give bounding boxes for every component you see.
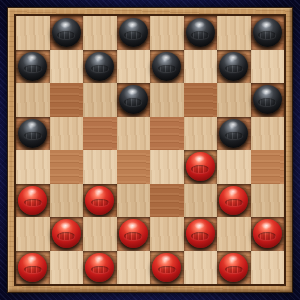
- checker-red-man[interactable]: [152, 253, 181, 282]
- checker-black-man[interactable]: [186, 18, 215, 47]
- checker-black-man[interactable]: [152, 52, 181, 81]
- square-r3c5: [184, 117, 218, 151]
- checker-black-man[interactable]: [219, 119, 248, 148]
- square-r3c1: [50, 117, 84, 151]
- square-r3c2[interactable]: [83, 117, 117, 151]
- square-r6c7[interactable]: [251, 217, 285, 251]
- square-r1c1: [50, 50, 84, 84]
- checker-red-man[interactable]: [253, 219, 282, 248]
- square-r1c5: [184, 50, 218, 84]
- square-r1c2[interactable]: [83, 50, 117, 84]
- square-r5c1: [50, 184, 84, 218]
- checker-red-man[interactable]: [85, 253, 114, 282]
- square-r5c0[interactable]: [16, 184, 50, 218]
- square-r1c6[interactable]: [217, 50, 251, 84]
- square-r0c7[interactable]: [251, 16, 285, 50]
- square-r0c4: [150, 16, 184, 50]
- square-r1c0[interactable]: [16, 50, 50, 84]
- square-r6c5[interactable]: [184, 217, 218, 251]
- square-r4c3[interactable]: [117, 150, 151, 184]
- square-r6c0: [16, 217, 50, 251]
- checker-red-man[interactable]: [52, 219, 81, 248]
- checker-black-man[interactable]: [18, 52, 47, 81]
- square-r2c6: [217, 83, 251, 117]
- square-r0c6: [217, 16, 251, 50]
- checker-black-man[interactable]: [219, 52, 248, 81]
- playfield: [14, 14, 286, 286]
- checker-black-man[interactable]: [253, 18, 282, 47]
- checker-black-man[interactable]: [18, 119, 47, 148]
- square-r2c1[interactable]: [50, 83, 84, 117]
- game-background: [0, 0, 300, 300]
- square-r0c5[interactable]: [184, 16, 218, 50]
- square-r4c6: [217, 150, 251, 184]
- square-r7c0[interactable]: [16, 251, 50, 285]
- square-r3c6[interactable]: [217, 117, 251, 151]
- square-r0c3[interactable]: [117, 16, 151, 50]
- square-r4c2: [83, 150, 117, 184]
- checker-red-man[interactable]: [18, 253, 47, 282]
- square-r4c4: [150, 150, 184, 184]
- square-r6c3[interactable]: [117, 217, 151, 251]
- square-r4c0: [16, 150, 50, 184]
- checker-black-man[interactable]: [85, 52, 114, 81]
- square-r5c4[interactable]: [150, 184, 184, 218]
- square-r6c1[interactable]: [50, 217, 84, 251]
- square-r3c7: [251, 117, 285, 151]
- square-r7c2[interactable]: [83, 251, 117, 285]
- checker-red-man[interactable]: [219, 253, 248, 282]
- checker-black-man[interactable]: [52, 18, 81, 47]
- square-r4c5[interactable]: [184, 150, 218, 184]
- square-r5c7: [251, 184, 285, 218]
- checker-red-man[interactable]: [186, 219, 215, 248]
- square-r5c5: [184, 184, 218, 218]
- checker-red-man[interactable]: [85, 186, 114, 215]
- square-r1c3: [117, 50, 151, 84]
- square-r3c4[interactable]: [150, 117, 184, 151]
- checker-red-man[interactable]: [18, 186, 47, 215]
- square-r2c0: [16, 83, 50, 117]
- square-r3c3: [117, 117, 151, 151]
- square-r6c4: [150, 217, 184, 251]
- square-r1c4[interactable]: [150, 50, 184, 84]
- square-r0c1[interactable]: [50, 16, 84, 50]
- square-r4c7[interactable]: [251, 150, 285, 184]
- square-r7c7: [251, 251, 285, 285]
- square-r0c2: [83, 16, 117, 50]
- checker-black-man[interactable]: [119, 85, 148, 114]
- square-r6c2: [83, 217, 117, 251]
- square-r2c5[interactable]: [184, 83, 218, 117]
- square-r5c3: [117, 184, 151, 218]
- checkers-board-frame: [7, 7, 293, 293]
- square-r7c3: [117, 251, 151, 285]
- square-r2c7[interactable]: [251, 83, 285, 117]
- square-r4c1[interactable]: [50, 150, 84, 184]
- square-r3c0[interactable]: [16, 117, 50, 151]
- square-r0c0: [16, 16, 50, 50]
- square-r7c6[interactable]: [217, 251, 251, 285]
- square-r6c6: [217, 217, 251, 251]
- square-r7c4[interactable]: [150, 251, 184, 285]
- checker-black-man[interactable]: [119, 18, 148, 47]
- checker-red-man[interactable]: [119, 219, 148, 248]
- square-r2c4: [150, 83, 184, 117]
- square-r5c6[interactable]: [217, 184, 251, 218]
- square-r5c2[interactable]: [83, 184, 117, 218]
- checker-red-man[interactable]: [186, 152, 215, 181]
- square-r7c5: [184, 251, 218, 285]
- checker-red-man[interactable]: [219, 186, 248, 215]
- square-r2c3[interactable]: [117, 83, 151, 117]
- square-r7c1: [50, 251, 84, 285]
- square-r2c2: [83, 83, 117, 117]
- checker-black-man[interactable]: [253, 85, 282, 114]
- square-r1c7: [251, 50, 285, 84]
